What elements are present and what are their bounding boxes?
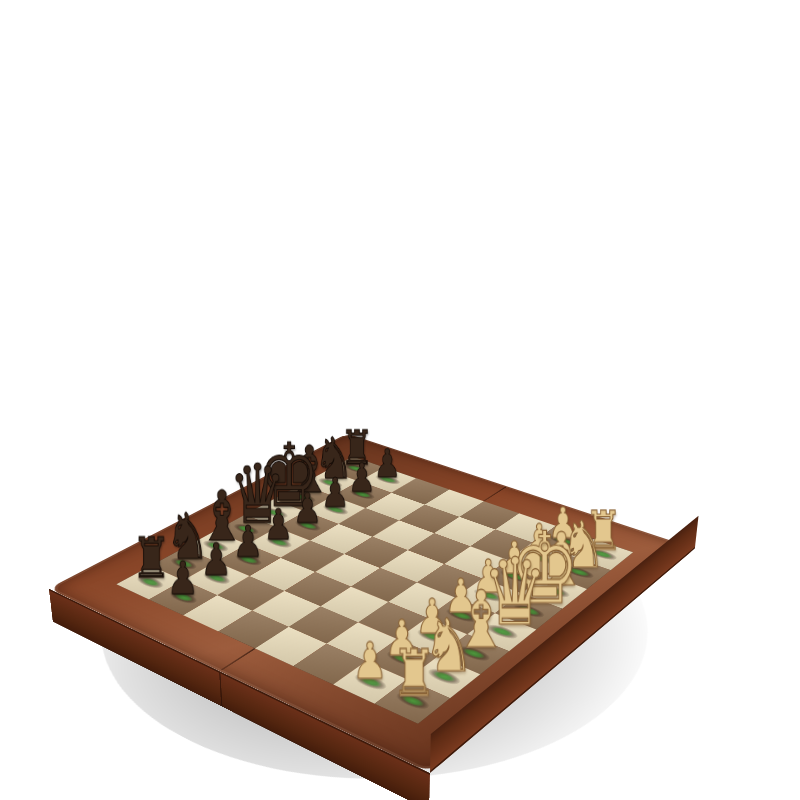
black-pawn[interactable]: ♟ <box>291 490 325 525</box>
product-photo: ♜♟♟♜♞♟♟♞♝♟♟♝♚♟♟♚♛♟♟♛♝♟♟♝♞♟♟♞♜♟♟♜ <box>0 0 800 800</box>
fold-seam-near <box>221 648 256 671</box>
black-pawn[interactable]: ♟ <box>198 540 234 578</box>
black-pawn[interactable]: ♟ <box>165 558 202 597</box>
fold-seam-front <box>219 673 223 707</box>
black-rook[interactable]: ♜ <box>132 535 169 583</box>
white-rook[interactable]: ♜ <box>391 646 433 701</box>
black-pawn[interactable]: ♟ <box>261 506 296 542</box>
black-pawn[interactable]: ♟ <box>231 523 267 560</box>
fold-seam-far <box>483 487 507 502</box>
white-pawn[interactable]: ♟ <box>350 639 391 682</box>
chess-board: ♜♟♟♜♞♟♟♞♝♟♟♝♚♟♟♚♛♟♟♛♝♟♟♝♞♟♟♞♜♟♟♜ <box>49 433 695 773</box>
board-scene: ♜♟♟♜♞♟♟♞♝♟♟♝♚♟♟♚♛♟♟♛♝♟♟♝♞♟♟♞♜♟♟♜ <box>150 338 610 798</box>
